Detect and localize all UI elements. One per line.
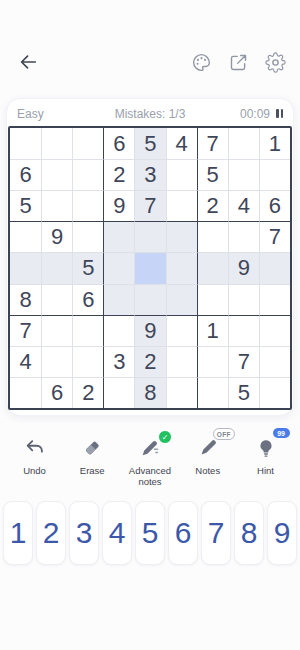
board-cell-r4c3[interactable] xyxy=(72,221,103,252)
board-cell-r1c6[interactable]: 4 xyxy=(166,128,197,159)
board-cell-r8c4[interactable]: 3 xyxy=(103,346,134,377)
board-cell-r6c3[interactable]: 6 xyxy=(72,284,103,315)
board-cell-r7c6[interactable] xyxy=(166,315,197,346)
board-cell-r5c7[interactable] xyxy=(197,252,228,283)
board-cell-r3c5[interactable]: 7 xyxy=(134,190,165,221)
board-cell-r8c1[interactable]: 4 xyxy=(10,346,41,377)
board-cell-r6c6[interactable] xyxy=(166,284,197,315)
board-cell-r6c4[interactable] xyxy=(103,284,134,315)
share-button[interactable] xyxy=(227,51,249,73)
lightbulb-icon xyxy=(255,437,277,459)
board-cell-r4c2[interactable]: 9 xyxy=(41,221,72,252)
erase-label: Erase xyxy=(80,466,105,477)
board-cell-r9c3[interactable]: 2 xyxy=(72,377,103,408)
board-cell-r2c5[interactable]: 3 xyxy=(134,159,165,190)
board-cell-r2c4[interactable]: 2 xyxy=(103,159,134,190)
mistakes-counter: Mistakes: 1/3 xyxy=(95,107,205,121)
board-cell-r9c8[interactable]: 5 xyxy=(228,377,259,408)
board-cell-r2c9[interactable] xyxy=(259,159,290,190)
theme-palette-button[interactable] xyxy=(190,51,212,73)
header-icons xyxy=(190,51,286,73)
back-arrow-icon xyxy=(17,51,39,73)
board-cell-r5c5[interactable] xyxy=(134,252,165,283)
header xyxy=(0,0,300,98)
board-cell-r9c7[interactable] xyxy=(197,377,228,408)
settings-button[interactable] xyxy=(264,51,286,73)
board-cell-r5c4[interactable] xyxy=(103,252,134,283)
board-cell-r1c9[interactable]: 1 xyxy=(259,128,290,159)
board-cell-r9c4[interactable] xyxy=(103,377,134,408)
difficulty-label: Easy xyxy=(17,107,95,121)
board-cell-r4c9[interactable]: 7 xyxy=(259,221,290,252)
board-cell-r3c3[interactable] xyxy=(72,190,103,221)
board-cell-r7c7[interactable]: 1 xyxy=(197,315,228,346)
notes-off-badge: OFF xyxy=(213,428,235,440)
eraser-icon xyxy=(81,437,103,459)
board-cell-r7c3[interactable] xyxy=(72,315,103,346)
board-cell-r1c5[interactable]: 5 xyxy=(134,128,165,159)
undo-button[interactable]: Undo xyxy=(6,436,63,488)
board-cell-r2c3[interactable] xyxy=(72,159,103,190)
game-card: Easy Mistakes: 1/3 00:09 654716235597246… xyxy=(6,98,294,416)
palette-icon xyxy=(191,52,212,73)
numpad-key-8[interactable]: 8 xyxy=(234,501,264,565)
board-cell-r8c2[interactable] xyxy=(41,346,72,377)
board-cell-r8c6[interactable] xyxy=(166,346,197,377)
numpad-key-1[interactable]: 1 xyxy=(3,501,33,565)
board-cell-r7c2[interactable] xyxy=(41,315,72,346)
undo-label: Undo xyxy=(23,466,46,477)
hint-label: Hint xyxy=(257,466,274,477)
undo-icon xyxy=(24,437,46,459)
board-cell-r9c1[interactable] xyxy=(10,377,41,408)
board-cell-r2c6[interactable] xyxy=(166,159,197,190)
board-cell-r7c9[interactable] xyxy=(259,315,290,346)
notes-button[interactable]: OFF Notes xyxy=(179,436,236,488)
advanced-notes-label: Advanced notes xyxy=(122,466,179,488)
board-cell-r6c9[interactable] xyxy=(259,284,290,315)
pause-button[interactable] xyxy=(276,109,283,118)
board-cell-r8c5[interactable]: 2 xyxy=(134,346,165,377)
board-cell-r4c8[interactable] xyxy=(228,221,259,252)
numpad-key-4[interactable]: 4 xyxy=(102,501,132,565)
sudoku-board: 65471623559724697598679143276285 xyxy=(8,126,292,410)
board-cell-r8c9[interactable] xyxy=(259,346,290,377)
board-cell-r9c2[interactable]: 6 xyxy=(41,377,72,408)
board-cell-r5c9[interactable] xyxy=(259,252,290,283)
board-cell-r4c1[interactable] xyxy=(10,221,41,252)
board-cell-r7c1[interactable]: 7 xyxy=(10,315,41,346)
numpad-key-3[interactable]: 3 xyxy=(69,501,99,565)
board-cell-r4c6[interactable] xyxy=(166,221,197,252)
erase-button[interactable]: Erase xyxy=(64,436,121,488)
board-cell-r1c7[interactable]: 7 xyxy=(197,128,228,159)
numpad-key-9[interactable]: 9 xyxy=(267,501,297,565)
board-cell-r2c8[interactable] xyxy=(228,159,259,190)
board-cell-r3c6[interactable] xyxy=(166,190,197,221)
board-cell-r3c2[interactable] xyxy=(41,190,72,221)
status-bar: Easy Mistakes: 1/3 00:09 xyxy=(7,99,293,126)
board-cell-r1c2[interactable] xyxy=(41,128,72,159)
board-cell-r3c9[interactable]: 6 xyxy=(259,190,290,221)
advanced-notes-on-badge: ✓ xyxy=(158,430,172,444)
board-cell-r2c2[interactable] xyxy=(41,159,72,190)
board-cell-r8c7[interactable] xyxy=(197,346,228,377)
board-cell-r8c8[interactable]: 7 xyxy=(228,346,259,377)
timer: 00:09 xyxy=(240,107,270,121)
board-cell-r9c9[interactable] xyxy=(259,377,290,408)
board-cell-r3c7[interactable]: 2 xyxy=(197,190,228,221)
share-icon xyxy=(228,52,249,73)
board-cell-r7c4[interactable] xyxy=(103,315,134,346)
board-cell-r2c7[interactable]: 5 xyxy=(197,159,228,190)
board-cell-r5c1[interactable] xyxy=(10,252,41,283)
board-cell-r7c5[interactable]: 9 xyxy=(134,315,165,346)
board-cell-r7c8[interactable] xyxy=(228,315,259,346)
board-cell-r5c6[interactable] xyxy=(166,252,197,283)
notes-label: Notes xyxy=(195,466,220,477)
hint-button[interactable]: 99 Hint xyxy=(237,436,294,488)
board-cell-r6c1[interactable]: 8 xyxy=(10,284,41,315)
numpad-key-2[interactable]: 2 xyxy=(36,501,66,565)
board-cell-r1c4[interactable]: 6 xyxy=(103,128,134,159)
board-cell-r4c4[interactable] xyxy=(103,221,134,252)
board-cell-r5c8[interactable]: 9 xyxy=(228,252,259,283)
gear-icon xyxy=(265,52,286,73)
board-cell-r3c1[interactable]: 5 xyxy=(10,190,41,221)
numpad-key-5[interactable]: 5 xyxy=(135,501,165,565)
board-cell-r3c8[interactable]: 4 xyxy=(228,190,259,221)
board-cell-r6c8[interactable] xyxy=(228,284,259,315)
back-button[interactable] xyxy=(14,48,42,76)
numpad: 123456789 xyxy=(0,501,300,565)
board-cell-r5c2[interactable] xyxy=(41,252,72,283)
advanced-notes-pencil-icon xyxy=(139,437,161,459)
board-cell-r9c5[interactable]: 8 xyxy=(134,377,165,408)
board-cell-r8c3[interactable] xyxy=(72,346,103,377)
board-cell-r1c1[interactable] xyxy=(10,128,41,159)
notes-pencil-icon xyxy=(197,437,219,459)
board-cell-r4c5[interactable] xyxy=(134,221,165,252)
board-cell-r6c2[interactable] xyxy=(41,284,72,315)
toolbar: Undo Erase ✓ Advanced notes xyxy=(0,436,300,488)
board-cell-r1c3[interactable] xyxy=(72,128,103,159)
board-cell-r1c8[interactable] xyxy=(228,128,259,159)
numpad-key-6[interactable]: 6 xyxy=(168,501,198,565)
board-cell-r9c6[interactable] xyxy=(166,377,197,408)
board-cell-r3c4[interactable]: 9 xyxy=(103,190,134,221)
board-cell-r5c3[interactable]: 5 xyxy=(72,252,103,283)
board-cell-r4c7[interactable] xyxy=(197,221,228,252)
hint-count-badge: 99 xyxy=(273,428,290,438)
board-cell-r6c5[interactable] xyxy=(134,284,165,315)
advanced-notes-button[interactable]: ✓ Advanced notes xyxy=(122,436,179,488)
board-cell-r2c1[interactable]: 6 xyxy=(10,159,41,190)
numpad-key-7[interactable]: 7 xyxy=(201,501,231,565)
board-cell-r6c7[interactable] xyxy=(197,284,228,315)
